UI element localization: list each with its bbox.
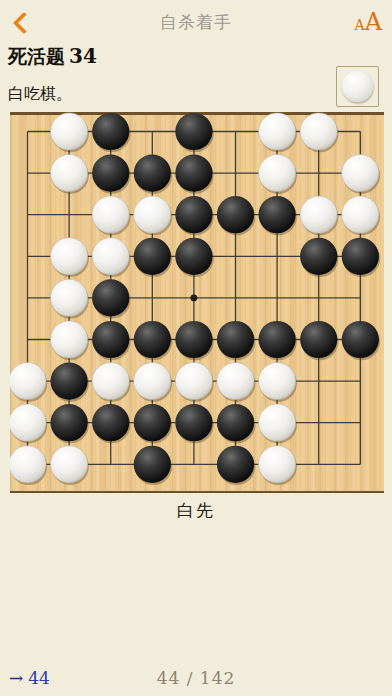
font-size-button[interactable]: AA (346, 6, 382, 38)
white-stone-icon (342, 71, 373, 102)
stone-black (217, 404, 255, 443)
stone-white (51, 155, 89, 194)
problem-number: 34 (69, 44, 97, 68)
stone-black (175, 321, 213, 360)
stone-white (342, 155, 380, 194)
stone-white (92, 238, 130, 277)
stone-white (342, 196, 380, 235)
stone-white (134, 363, 172, 402)
app-screen: 自杀着手 AA 死活题34 白吃棋。 白先 →44 44 / 142 (0, 0, 392, 696)
stone-black (92, 404, 130, 443)
go-board-grid (10, 112, 384, 493)
stone-black (175, 238, 213, 277)
stone-black (300, 238, 338, 277)
star-point (191, 295, 198, 302)
stone-white (259, 446, 297, 485)
stone-black (217, 446, 255, 485)
stone-white (51, 446, 89, 485)
stone-black (300, 321, 338, 360)
stone-black (175, 113, 213, 152)
stone-black (217, 321, 255, 360)
stone-white (259, 404, 297, 443)
stone-white (51, 279, 89, 318)
stone-black (92, 155, 130, 194)
stone-black (134, 321, 172, 360)
stone-black (51, 404, 89, 443)
stone-white (300, 196, 338, 235)
problem-instruction: 白吃棋。 (8, 84, 72, 105)
stone-white (10, 446, 47, 485)
stone-black (51, 363, 89, 402)
stone-black (175, 196, 213, 235)
stone-black (92, 321, 130, 360)
stone-black (134, 404, 172, 443)
stone-white (259, 155, 297, 194)
stone-white (51, 238, 89, 277)
stone-white (51, 113, 89, 152)
stone-black (134, 446, 172, 485)
navbar: 自杀着手 AA (0, 0, 392, 44)
stone-black (134, 155, 172, 194)
stone-white (134, 196, 172, 235)
stone-white (51, 321, 89, 360)
stone-black (217, 196, 255, 235)
problem-title: 死活题34 (8, 44, 97, 70)
stone-black (259, 196, 297, 235)
stone-white (10, 404, 47, 443)
turn-note: 白先 (0, 499, 392, 522)
stone-white (10, 363, 47, 402)
stone-black (92, 279, 130, 318)
stone-white (92, 196, 130, 235)
stone-white (259, 363, 297, 402)
stone-black (175, 155, 213, 194)
stone-black (175, 404, 213, 443)
stone-black (259, 321, 297, 360)
stone-black (134, 238, 172, 277)
stone-white (259, 113, 297, 152)
turn-stone-indicator (336, 66, 379, 107)
stone-black (342, 238, 380, 277)
page-title: 自杀着手 (0, 11, 392, 34)
stone-black (92, 113, 130, 152)
problem-title-label: 死活题 (8, 46, 65, 67)
stone-black (342, 321, 380, 360)
stone-white (175, 363, 213, 402)
go-board[interactable] (10, 112, 384, 493)
stone-white (92, 363, 130, 402)
stone-white (300, 113, 338, 152)
text-size-icon: A (355, 17, 365, 33)
progress-indicator: 44 / 142 (0, 668, 392, 688)
stone-white (217, 363, 255, 402)
